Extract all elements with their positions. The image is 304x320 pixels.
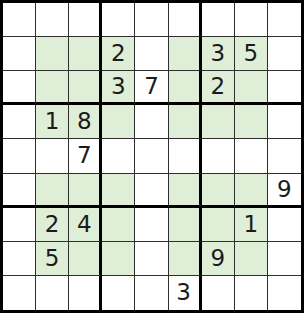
cell-r3c1[interactable]	[3, 71, 36, 105]
cell-r2c8[interactable]: 5	[235, 37, 268, 71]
cell-r8c9[interactable]	[268, 242, 301, 276]
cell-r4c5[interactable]	[135, 105, 168, 139]
cell-r9c9[interactable]	[268, 276, 301, 310]
sudoku-board: 2353721879241593	[0, 0, 304, 313]
cell-r1c2[interactable]	[36, 3, 69, 37]
given-digit: 4	[77, 213, 92, 236]
cell-r9c8[interactable]	[235, 276, 268, 310]
cell-r3c5[interactable]: 7	[135, 71, 168, 105]
given-digit: 9	[210, 247, 225, 270]
cell-r7c3[interactable]: 4	[69, 208, 102, 242]
cell-r8c4[interactable]	[102, 242, 135, 276]
given-digit: 2	[45, 213, 60, 236]
cell-r7c7[interactable]	[202, 208, 235, 242]
cell-r4c7[interactable]	[202, 105, 235, 139]
cell-r4c9[interactable]	[268, 105, 301, 139]
cell-r7c4[interactable]	[102, 208, 135, 242]
cell-r9c7[interactable]	[202, 276, 235, 310]
cell-r7c8[interactable]: 1	[235, 208, 268, 242]
cell-r2c2[interactable]	[36, 37, 69, 71]
cell-r9c1[interactable]	[3, 276, 36, 310]
given-digit: 3	[111, 75, 126, 98]
cell-r1c4[interactable]	[102, 3, 135, 37]
cell-r5c6[interactable]	[169, 139, 202, 173]
cell-r9c3[interactable]	[69, 276, 102, 310]
cell-r6c9[interactable]: 9	[268, 174, 301, 208]
given-digit: 8	[77, 110, 92, 133]
cell-r9c6[interactable]: 3	[169, 276, 202, 310]
cell-r1c3[interactable]	[69, 3, 102, 37]
cell-r3c8[interactable]	[235, 71, 268, 105]
cell-r8c1[interactable]	[3, 242, 36, 276]
cell-r6c1[interactable]	[3, 174, 36, 208]
cell-r4c8[interactable]	[235, 105, 268, 139]
cell-r4c4[interactable]	[102, 105, 135, 139]
given-digit: 1	[45, 110, 60, 133]
cell-r6c3[interactable]	[69, 174, 102, 208]
cell-r5c1[interactable]	[3, 139, 36, 173]
cell-r3c9[interactable]	[268, 71, 301, 105]
cell-r4c6[interactable]	[169, 105, 202, 139]
cell-r3c7[interactable]: 2	[202, 71, 235, 105]
cell-r4c1[interactable]	[3, 105, 36, 139]
cell-r6c5[interactable]	[135, 174, 168, 208]
given-digit: 2	[111, 42, 126, 65]
cell-r8c3[interactable]	[69, 242, 102, 276]
cell-r1c9[interactable]	[268, 3, 301, 37]
cell-r2c1[interactable]	[3, 37, 36, 71]
cell-r3c6[interactable]	[169, 71, 202, 105]
cell-r5c5[interactable]	[135, 139, 168, 173]
cell-r8c6[interactable]	[169, 242, 202, 276]
cell-r8c8[interactable]	[235, 242, 268, 276]
given-digit: 9	[277, 178, 292, 201]
cell-r6c6[interactable]	[169, 174, 202, 208]
cell-r5c7[interactable]	[202, 139, 235, 173]
cell-r5c2[interactable]	[36, 139, 69, 173]
cell-r7c6[interactable]	[169, 208, 202, 242]
cell-r6c7[interactable]	[202, 174, 235, 208]
cell-r5c4[interactable]	[102, 139, 135, 173]
cell-r2c6[interactable]	[169, 37, 202, 71]
cell-r7c5[interactable]	[135, 208, 168, 242]
cell-r2c4[interactable]: 2	[102, 37, 135, 71]
cell-r7c1[interactable]	[3, 208, 36, 242]
cell-r1c7[interactable]	[202, 3, 235, 37]
given-digit: 2	[210, 75, 225, 98]
given-digit: 1	[244, 213, 259, 236]
cell-r6c2[interactable]	[36, 174, 69, 208]
cell-r5c9[interactable]	[268, 139, 301, 173]
given-digit: 5	[244, 42, 259, 65]
cell-r9c5[interactable]	[135, 276, 168, 310]
cell-r9c2[interactable]	[36, 276, 69, 310]
given-digit: 7	[77, 144, 92, 167]
cell-r1c5[interactable]	[135, 3, 168, 37]
cell-r2c5[interactable]	[135, 37, 168, 71]
given-digit: 5	[45, 247, 60, 270]
cell-r6c8[interactable]	[235, 174, 268, 208]
cell-r5c3[interactable]: 7	[69, 139, 102, 173]
cell-r5c8[interactable]	[235, 139, 268, 173]
cell-r7c2[interactable]: 2	[36, 208, 69, 242]
cell-r7c9[interactable]	[268, 208, 301, 242]
cell-r3c3[interactable]	[69, 71, 102, 105]
cell-r1c8[interactable]	[235, 3, 268, 37]
cell-r1c1[interactable]	[3, 3, 36, 37]
cell-r8c5[interactable]	[135, 242, 168, 276]
cell-r4c2[interactable]: 1	[36, 105, 69, 139]
cell-r3c4[interactable]: 3	[102, 71, 135, 105]
cell-r6c4[interactable]	[102, 174, 135, 208]
cell-r1c6[interactable]	[169, 3, 202, 37]
cell-r2c3[interactable]	[69, 37, 102, 71]
cell-r4c3[interactable]: 8	[69, 105, 102, 139]
given-digit: 7	[144, 75, 159, 98]
given-digit: 3	[210, 42, 225, 65]
cell-r2c7[interactable]: 3	[202, 37, 235, 71]
cell-r3c2[interactable]	[36, 71, 69, 105]
cell-r9c4[interactable]	[102, 276, 135, 310]
cell-r8c7[interactable]: 9	[202, 242, 235, 276]
given-digit: 3	[176, 281, 191, 304]
cell-r8c2[interactable]: 5	[36, 242, 69, 276]
cell-r2c9[interactable]	[268, 37, 301, 71]
